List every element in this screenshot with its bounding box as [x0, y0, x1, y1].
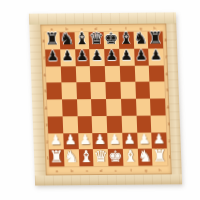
file-label-c: c [78, 26, 85, 30]
piece-black-pawn: ♟ [150, 49, 163, 63]
piece-black-pawn: ♟ [46, 50, 59, 64]
rank-label-1: 1 [168, 153, 171, 161]
piece-black-rook: ♜ [148, 30, 163, 46]
piece-white-pawn: ♟ [79, 133, 92, 147]
square-e3[interactable] [107, 116, 122, 133]
square-e2[interactable]: ♟ [107, 132, 122, 149]
board-face: abcdefgh abcdefgh 87654321 87654321 ♜♞♝♛… [40, 23, 172, 175]
piece-white-pawn: ♟ [94, 133, 107, 147]
piece-white-rook: ♜ [152, 148, 167, 164]
square-e6[interactable] [105, 65, 120, 82]
square-f6[interactable] [120, 65, 135, 82]
file-label-d: d [93, 26, 100, 30]
file-label-a: a [48, 26, 55, 30]
rank-label-7: 7 [165, 53, 168, 61]
square-f5[interactable] [120, 82, 135, 99]
square-f1[interactable]: ♝ [123, 149, 138, 166]
rank-label-3: 3 [167, 120, 170, 128]
square-b6[interactable] [61, 66, 76, 83]
file-label-h: h [157, 168, 164, 172]
file-label-a: a [54, 169, 61, 173]
chess-grid: ♜♞♝♛♚♝♞♜♟♟♟♟♟♟♟♟♟♟♟♟♟♟♟♟♜♞♝♛♚♝♞♜ [45, 31, 168, 166]
square-d3[interactable] [92, 116, 107, 133]
square-h3[interactable] [151, 115, 166, 132]
square-g6[interactable] [134, 65, 149, 82]
chessboard-photo: abcdefgh abcdefgh 87654321 87654321 ♜♞♝♛… [0, 0, 200, 200]
square-g1[interactable]: ♞ [137, 149, 152, 166]
square-a2[interactable]: ♟ [48, 133, 63, 150]
piece-white-pawn: ♟ [50, 134, 63, 148]
square-d1[interactable]: ♛ [93, 149, 108, 166]
square-b3[interactable] [62, 116, 77, 133]
piece-black-pawn: ♟ [61, 50, 74, 64]
square-g2[interactable]: ♟ [137, 132, 152, 149]
square-a6[interactable] [46, 66, 61, 83]
square-a8[interactable]: ♜ [45, 32, 60, 49]
square-c2[interactable]: ♟ [78, 133, 93, 150]
square-g4[interactable] [135, 99, 150, 116]
piece-white-queen: ♛ [93, 148, 108, 164]
chessboard: abcdefgh abcdefgh 87654321 87654321 ♜♞♝♛… [29, 12, 182, 185]
piece-white-knight: ♞ [138, 148, 153, 164]
piece-white-rook: ♜ [49, 148, 64, 164]
square-b1[interactable]: ♞ [64, 149, 79, 166]
square-e4[interactable] [106, 99, 121, 116]
piece-black-pawn: ♟ [135, 49, 148, 63]
square-d8[interactable]: ♛ [89, 32, 104, 49]
piece-black-knight: ♞ [59, 31, 74, 47]
square-c7[interactable]: ♟ [75, 49, 90, 66]
square-b5[interactable] [61, 83, 76, 100]
square-e1[interactable]: ♚ [108, 149, 123, 166]
square-d7[interactable]: ♟ [89, 49, 104, 66]
piece-black-king: ♚ [104, 31, 119, 47]
square-a7[interactable]: ♟ [45, 49, 60, 66]
rank-label-5: 5 [166, 86, 169, 94]
square-c6[interactable] [75, 66, 90, 83]
piece-black-pawn: ♟ [91, 49, 104, 63]
square-f7[interactable]: ♟ [119, 49, 134, 66]
square-h7[interactable]: ♟ [148, 48, 163, 65]
file-label-g: g [142, 168, 149, 172]
file-label-e: e [113, 168, 120, 172]
square-g5[interactable] [135, 82, 150, 99]
rank-label-2: 2 [168, 137, 171, 145]
piece-white-pawn: ♟ [153, 133, 166, 147]
piece-black-rook: ♜ [45, 31, 60, 47]
piece-white-knight: ♞ [64, 148, 79, 164]
file-label-c: c [83, 169, 90, 173]
file-label-f: f [127, 168, 134, 172]
file-label-f: f [122, 26, 129, 30]
file-label-g: g [137, 26, 144, 30]
square-a4[interactable] [47, 99, 62, 116]
piece-black-knight: ♞ [133, 31, 148, 47]
square-a5[interactable] [46, 83, 61, 100]
frame-bottom-plank [35, 174, 182, 185]
piece-black-queen: ♛ [89, 31, 104, 47]
square-d6[interactable] [90, 66, 105, 83]
square-c5[interactable] [76, 82, 91, 99]
square-e5[interactable] [105, 82, 120, 99]
square-e8[interactable]: ♚ [104, 32, 119, 49]
square-d5[interactable] [91, 82, 106, 99]
file-labels-bottom: abcdefgh [49, 165, 167, 175]
square-h5[interactable] [150, 82, 165, 99]
piece-white-pawn: ♟ [138, 133, 151, 147]
square-g3[interactable] [136, 115, 151, 132]
piece-white-pawn: ♟ [109, 133, 122, 147]
square-f3[interactable] [121, 115, 136, 132]
square-f4[interactable] [121, 99, 136, 116]
file-label-d: d [98, 168, 105, 172]
square-c8[interactable]: ♝ [74, 32, 89, 49]
square-a3[interactable] [48, 116, 63, 133]
square-e7[interactable]: ♟ [104, 49, 119, 66]
piece-white-bishop: ♝ [123, 148, 138, 164]
piece-white-bishop: ♝ [79, 148, 94, 164]
square-h4[interactable] [150, 98, 165, 115]
square-b7[interactable]: ♟ [60, 49, 75, 66]
square-c1[interactable]: ♝ [78, 149, 93, 166]
file-label-b: b [68, 169, 75, 173]
piece-white-king: ♚ [108, 148, 123, 164]
piece-black-bishop: ♝ [118, 31, 133, 47]
square-h2[interactable]: ♟ [151, 132, 166, 149]
piece-black-pawn: ♟ [120, 49, 133, 63]
square-b2[interactable]: ♟ [63, 133, 78, 150]
rank-label-4: 4 [167, 103, 170, 111]
rank-label-6: 6 [165, 70, 168, 78]
piece-black-pawn: ♟ [105, 49, 118, 63]
file-label-e: e [107, 26, 114, 30]
square-h8[interactable]: ♜ [148, 31, 163, 48]
piece-black-bishop: ♝ [74, 31, 89, 47]
square-c4[interactable] [77, 99, 92, 116]
rank-label-8: 8 [164, 36, 167, 44]
square-g8[interactable]: ♞ [133, 32, 148, 49]
square-b8[interactable]: ♞ [59, 32, 74, 49]
square-a1[interactable]: ♜ [49, 150, 64, 167]
piece-black-pawn: ♟ [76, 50, 89, 64]
file-label-b: b [63, 26, 70, 30]
square-h6[interactable] [149, 65, 164, 82]
square-f2[interactable]: ♟ [122, 132, 137, 149]
file-label-h: h [152, 26, 159, 30]
piece-white-pawn: ♟ [64, 133, 77, 147]
piece-white-pawn: ♟ [123, 133, 136, 147]
square-f8[interactable]: ♝ [118, 32, 133, 49]
square-d2[interactable]: ♟ [92, 132, 107, 149]
square-g7[interactable]: ♟ [134, 48, 149, 65]
square-c3[interactable] [77, 116, 92, 133]
square-h1[interactable]: ♜ [152, 149, 167, 166]
square-b4[interactable] [62, 99, 77, 116]
square-d4[interactable] [91, 99, 106, 116]
